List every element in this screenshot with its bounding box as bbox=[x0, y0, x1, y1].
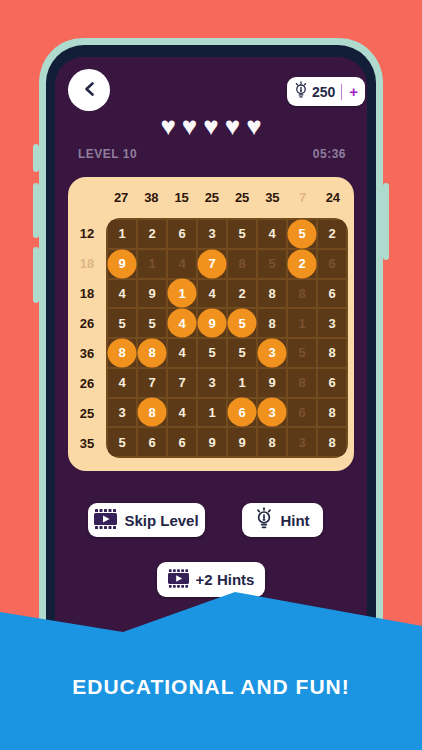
col-target: 7 bbox=[288, 177, 318, 218]
cell-value: 6 bbox=[178, 226, 185, 241]
cell-value: 8 bbox=[238, 256, 245, 271]
cell-value: 5 bbox=[238, 316, 245, 331]
cell-value: 3 bbox=[328, 316, 335, 331]
cell-value: 2 bbox=[238, 286, 245, 301]
grid-cell[interactable]: 2 bbox=[138, 220, 166, 248]
cell-value: 9 bbox=[208, 435, 215, 450]
cell-value: 2 bbox=[298, 256, 305, 271]
cell-value: 1 bbox=[238, 375, 245, 390]
timer-value: 05:36 bbox=[313, 147, 346, 161]
hints-balance-value: 250 bbox=[312, 84, 335, 100]
cell-value: 3 bbox=[268, 345, 275, 360]
grid-cell[interactable]: 8 bbox=[108, 339, 136, 367]
grid-cell[interactable]: 5 bbox=[228, 309, 256, 337]
grid-cell[interactable]: 5 bbox=[108, 428, 136, 456]
grid-cell[interactable]: 1 bbox=[198, 399, 226, 427]
grid-cell[interactable]: 3 bbox=[258, 339, 286, 367]
grid-cell[interactable]: 4 bbox=[258, 220, 286, 248]
heart-icon: ♥ bbox=[160, 113, 175, 139]
cell-value: 8 bbox=[148, 405, 155, 420]
grid-cell[interactable]: 1 bbox=[108, 220, 136, 248]
status-row: LEVEL 10 05:36 bbox=[78, 147, 346, 161]
grid-cell[interactable]: 5 bbox=[198, 339, 226, 367]
col-target: 25 bbox=[197, 177, 227, 218]
cell-value: 7 bbox=[178, 375, 185, 390]
cell-value: 1 bbox=[148, 256, 155, 271]
cell-value: 2 bbox=[328, 226, 335, 241]
cell-value: 9 bbox=[208, 316, 215, 331]
grid-cell[interactable]: 7 bbox=[168, 369, 196, 397]
grid-cell[interactable]: 5 bbox=[258, 250, 286, 278]
grid-cell[interactable]: 8 bbox=[318, 339, 346, 367]
grid-cell[interactable]: 6 bbox=[318, 280, 346, 308]
cell-value: 4 bbox=[178, 256, 185, 271]
grid-cell[interactable]: 6 bbox=[138, 428, 166, 456]
grid-cell[interactable]: 7 bbox=[198, 250, 226, 278]
grid-cell[interactable]: 1 bbox=[168, 280, 196, 308]
buy-hints-plus-button[interactable]: + bbox=[346, 83, 358, 100]
grid-cell[interactable]: 3 bbox=[288, 428, 316, 456]
cell-value: 8 bbox=[268, 435, 275, 450]
heart-icon: ♥ bbox=[246, 113, 261, 139]
row-headers: 1218182636262535 bbox=[68, 218, 106, 458]
grid-cell[interactable]: 2 bbox=[288, 250, 316, 278]
grid-cell[interactable]: 3 bbox=[198, 369, 226, 397]
grid-cell[interactable]: 4 bbox=[168, 309, 196, 337]
cell-value: 7 bbox=[148, 375, 155, 390]
grid-cell[interactable]: 8 bbox=[288, 369, 316, 397]
grid-cell[interactable]: 8 bbox=[228, 250, 256, 278]
filmstrip-play-icon bbox=[94, 509, 117, 532]
col-target: 38 bbox=[136, 177, 166, 218]
grid-cell[interactable]: 1 bbox=[228, 369, 256, 397]
puzzle-board: 273815252535724 1218182636262535 1263545… bbox=[68, 177, 354, 471]
cell-value: 3 bbox=[208, 226, 215, 241]
hint-button[interactable]: Hint bbox=[242, 503, 323, 537]
cell-value: 5 bbox=[208, 345, 215, 360]
cell-value: 4 bbox=[268, 226, 275, 241]
heart-icon: ♥ bbox=[225, 113, 240, 139]
cell-value: 4 bbox=[178, 316, 185, 331]
cell-value: 5 bbox=[238, 226, 245, 241]
pill-divider bbox=[341, 84, 342, 100]
grid-cell[interactable]: 2 bbox=[318, 220, 346, 248]
grid-cell[interactable]: 3 bbox=[198, 220, 226, 248]
cell-value: 5 bbox=[298, 345, 305, 360]
col-headers: 273815252535724 bbox=[106, 177, 348, 218]
number-grid: 1263545291478526491428865549581388455358… bbox=[106, 218, 348, 458]
cell-value: 5 bbox=[238, 345, 245, 360]
cell-value: 8 bbox=[328, 345, 335, 360]
row-target: 35 bbox=[68, 428, 106, 458]
cell-value: 2 bbox=[148, 226, 155, 241]
cell-value: 7 bbox=[208, 256, 215, 271]
grid-cell[interactable]: 5 bbox=[288, 339, 316, 367]
grid-cell[interactable]: 4 bbox=[168, 339, 196, 367]
grid-cell[interactable]: 6 bbox=[318, 250, 346, 278]
cell-value: 3 bbox=[208, 375, 215, 390]
row-target: 26 bbox=[68, 368, 106, 398]
row-target: 18 bbox=[68, 248, 106, 278]
cell-value: 8 bbox=[298, 286, 305, 301]
cell-value: 6 bbox=[328, 286, 335, 301]
grid-cell[interactable]: 3 bbox=[258, 399, 286, 427]
cell-value: 9 bbox=[118, 256, 125, 271]
col-target: 27 bbox=[106, 177, 136, 218]
cell-value: 3 bbox=[268, 405, 275, 420]
grid-cell[interactable]: 6 bbox=[168, 220, 196, 248]
cell-value: 6 bbox=[148, 435, 155, 450]
grid-cell[interactable]: 4 bbox=[108, 369, 136, 397]
grid-cell[interactable]: 1 bbox=[288, 309, 316, 337]
cell-value: 6 bbox=[238, 405, 245, 420]
banner-text: EDUCATIONAL AND FUN! bbox=[0, 675, 422, 699]
row-target: 12 bbox=[68, 218, 106, 248]
row-target: 26 bbox=[68, 308, 106, 338]
back-button[interactable] bbox=[68, 69, 110, 111]
grid-cell[interactable]: 8 bbox=[318, 428, 346, 456]
row-target: 18 bbox=[68, 278, 106, 308]
grid-cell[interactable]: 4 bbox=[198, 280, 226, 308]
skip-level-button[interactable]: Skip Level bbox=[88, 503, 205, 537]
cell-value: 1 bbox=[298, 316, 305, 331]
row-target: 36 bbox=[68, 338, 106, 368]
filmstrip-play-icon bbox=[168, 569, 189, 591]
lightbulb-icon bbox=[294, 81, 308, 103]
lives-hearts: ♥♥♥♥♥ bbox=[0, 113, 422, 139]
chevron-left-icon bbox=[82, 80, 97, 101]
cell-value: 8 bbox=[268, 286, 275, 301]
plus-two-hints-button[interactable]: +2 Hints bbox=[157, 562, 265, 597]
skip-level-label: Skip Level bbox=[124, 512, 198, 529]
cell-value: 4 bbox=[118, 375, 125, 390]
cell-value: 6 bbox=[328, 256, 335, 271]
cell-value: 5 bbox=[148, 316, 155, 331]
grid-cell[interactable]: 4 bbox=[108, 280, 136, 308]
grid-cell[interactable]: 8 bbox=[258, 428, 286, 456]
grid-cell[interactable]: 6 bbox=[168, 428, 196, 456]
cell-value: 4 bbox=[178, 345, 185, 360]
cell-value: 8 bbox=[268, 316, 275, 331]
cell-value: 5 bbox=[118, 316, 125, 331]
col-target: 24 bbox=[318, 177, 348, 218]
grid-cell[interactable]: 9 bbox=[198, 428, 226, 456]
cell-value: 4 bbox=[118, 286, 125, 301]
plus-two-hints-label: +2 Hints bbox=[196, 571, 255, 588]
col-target: 35 bbox=[257, 177, 287, 218]
cell-value: 6 bbox=[298, 405, 305, 420]
cell-value: 1 bbox=[178, 286, 185, 301]
grid-cell[interactable]: 1 bbox=[138, 250, 166, 278]
grid-cell[interactable]: 8 bbox=[318, 399, 346, 427]
grid-cell[interactable]: 5 bbox=[228, 339, 256, 367]
cell-value: 9 bbox=[148, 286, 155, 301]
cell-value: 6 bbox=[328, 375, 335, 390]
cell-value: 8 bbox=[298, 375, 305, 390]
grid-cell[interactable]: 4 bbox=[168, 399, 196, 427]
heart-icon: ♥ bbox=[182, 113, 197, 139]
grid-cell[interactable]: 9 bbox=[228, 428, 256, 456]
cell-value: 1 bbox=[118, 226, 125, 241]
grid-cell[interactable]: 7 bbox=[138, 369, 166, 397]
cell-value: 5 bbox=[298, 226, 305, 241]
grid-cell[interactable]: 3 bbox=[318, 309, 346, 337]
grid-cell[interactable]: 5 bbox=[228, 220, 256, 248]
grid-cell[interactable]: 9 bbox=[198, 309, 226, 337]
cell-value: 9 bbox=[268, 375, 275, 390]
hints-balance-pill[interactable]: 250 + bbox=[287, 77, 365, 106]
grid-cell[interactable]: 3 bbox=[108, 399, 136, 427]
cell-value: 1 bbox=[208, 405, 215, 420]
row-target: 25 bbox=[68, 398, 106, 428]
app-screenshot: 250 + ♥♥♥♥♥ LEVEL 10 05:36 2738152525357… bbox=[0, 0, 422, 750]
heart-icon: ♥ bbox=[203, 113, 218, 139]
grid-cell[interactable]: 8 bbox=[288, 280, 316, 308]
grid-cell[interactable]: 4 bbox=[168, 250, 196, 278]
lightbulb-icon bbox=[255, 507, 273, 533]
grid-cell[interactable]: 2 bbox=[228, 280, 256, 308]
grid-cell[interactable]: 5 bbox=[288, 220, 316, 248]
cell-value: 4 bbox=[208, 286, 215, 301]
grid-cell[interactable]: 5 bbox=[108, 309, 136, 337]
grid-cell[interactable]: 9 bbox=[108, 250, 136, 278]
cell-value: 8 bbox=[118, 345, 125, 360]
cell-value: 8 bbox=[328, 405, 335, 420]
cell-value: 9 bbox=[238, 435, 245, 450]
cell-value: 5 bbox=[118, 435, 125, 450]
cell-value: 8 bbox=[148, 345, 155, 360]
hint-label: Hint bbox=[280, 512, 309, 529]
col-target: 15 bbox=[167, 177, 197, 218]
cell-value: 5 bbox=[268, 256, 275, 271]
cell-value: 4 bbox=[178, 405, 185, 420]
grid-cell[interactable]: 9 bbox=[258, 369, 286, 397]
grid-cell[interactable]: 8 bbox=[138, 399, 166, 427]
grid-cell[interactable]: 8 bbox=[258, 280, 286, 308]
grid-cell[interactable]: 5 bbox=[138, 309, 166, 337]
cell-value: 6 bbox=[178, 435, 185, 450]
phone-power-button bbox=[383, 183, 389, 260]
grid-cell[interactable]: 8 bbox=[138, 339, 166, 367]
cell-value: 8 bbox=[328, 435, 335, 450]
grid-cell[interactable]: 9 bbox=[138, 280, 166, 308]
cell-value: 3 bbox=[118, 405, 125, 420]
cell-value: 3 bbox=[298, 435, 305, 450]
grid-cell[interactable]: 6 bbox=[228, 399, 256, 427]
grid-cell[interactable]: 6 bbox=[288, 399, 316, 427]
col-target: 25 bbox=[227, 177, 257, 218]
level-label: LEVEL 10 bbox=[78, 147, 137, 161]
grid-cell[interactable]: 6 bbox=[318, 369, 346, 397]
grid-cell[interactable]: 8 bbox=[258, 309, 286, 337]
